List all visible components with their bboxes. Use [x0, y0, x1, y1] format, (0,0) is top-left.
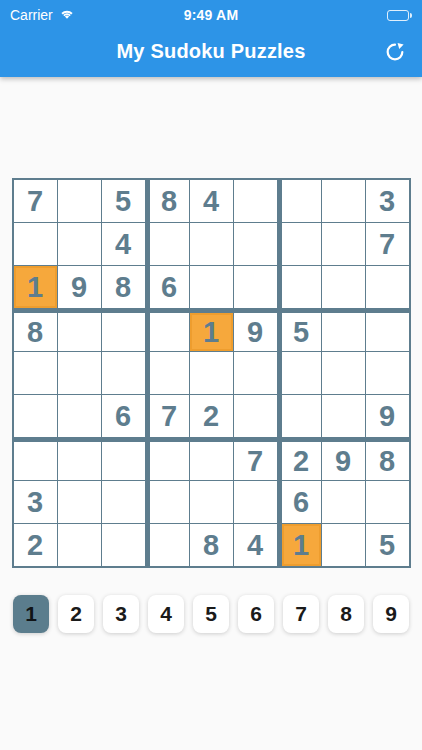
sudoku-cell-r1c9[interactable]: 3 [366, 180, 409, 222]
sudoku-cell-r2c5[interactable] [190, 223, 233, 265]
sudoku-cell-r5c7[interactable] [278, 352, 321, 394]
sudoku-cell-r3c9[interactable] [366, 266, 409, 308]
sudoku-cell-r6c5[interactable]: 2 [190, 395, 233, 437]
sudoku-cell-r7c5[interactable] [190, 438, 233, 480]
sudoku-cell-r8c2[interactable] [58, 481, 101, 523]
sudoku-cell-r9c8[interactable] [322, 524, 365, 566]
number-button-7[interactable]: 7 [283, 595, 319, 633]
sudoku-cell-r3c1[interactable]: 1 [14, 266, 57, 308]
sudoku-cell-r7c8[interactable]: 9 [322, 438, 365, 480]
sudoku-cell-r2c2[interactable] [58, 223, 101, 265]
sudoku-cell-r4c9[interactable] [366, 309, 409, 351]
sudoku-cell-r7c2[interactable] [58, 438, 101, 480]
sudoku-cell-r6c4[interactable]: 7 [146, 395, 189, 437]
sudoku-cell-r9c3[interactable] [102, 524, 145, 566]
sudoku-cell-r8c9[interactable] [366, 481, 409, 523]
sudoku-cell-r1c8[interactable] [322, 180, 365, 222]
clock: 9:49 AM [184, 7, 239, 23]
sudoku-cell-r1c1[interactable]: 7 [14, 180, 57, 222]
number-picker: 123456789 [0, 595, 422, 633]
sudoku-cell-r3c8[interactable] [322, 266, 365, 308]
sudoku-cell-r5c6[interactable] [234, 352, 277, 394]
sudoku-cell-r2c4[interactable] [146, 223, 189, 265]
sudoku-cell-r4c7[interactable]: 5 [278, 309, 321, 351]
battery-icon [387, 10, 412, 21]
sudoku-cell-r4c8[interactable] [322, 309, 365, 351]
sudoku-cell-r8c7[interactable]: 6 [278, 481, 321, 523]
sudoku-cell-r4c5[interactable]: 1 [190, 309, 233, 351]
sudoku-cell-r9c2[interactable] [58, 524, 101, 566]
sudoku-cell-r1c6[interactable] [234, 180, 277, 222]
sudoku-cell-r5c8[interactable] [322, 352, 365, 394]
sudoku-cell-r2c9[interactable]: 7 [366, 223, 409, 265]
sudoku-cell-r6c3[interactable]: 6 [102, 395, 145, 437]
sudoku-cell-r9c5[interactable]: 8 [190, 524, 233, 566]
sudoku-cell-r7c6[interactable]: 7 [234, 438, 277, 480]
sudoku-cell-r6c6[interactable] [234, 395, 277, 437]
sudoku-cell-r5c5[interactable] [190, 352, 233, 394]
sudoku-cell-r3c7[interactable] [278, 266, 321, 308]
number-button-9[interactable]: 9 [373, 595, 409, 633]
sudoku-cell-r6c9[interactable]: 9 [366, 395, 409, 437]
sudoku-cell-r1c7[interactable] [278, 180, 321, 222]
sudoku-cell-r6c8[interactable] [322, 395, 365, 437]
number-button-3[interactable]: 3 [103, 595, 139, 633]
sudoku-cell-r6c1[interactable] [14, 395, 57, 437]
sudoku-cell-r3c2[interactable]: 9 [58, 266, 101, 308]
sudoku-cell-r3c6[interactable] [234, 266, 277, 308]
sudoku-cell-r5c2[interactable] [58, 352, 101, 394]
nav-bar: My Sudoku Puzzles [0, 26, 422, 77]
sudoku-cell-r8c4[interactable] [146, 481, 189, 523]
sudoku-cell-r1c2[interactable] [58, 180, 101, 222]
sudoku-cell-r2c8[interactable] [322, 223, 365, 265]
status-bar: Carrier 9:49 AM [0, 0, 422, 26]
sudoku-cell-r3c3[interactable]: 8 [102, 266, 145, 308]
sudoku-cell-r4c3[interactable] [102, 309, 145, 351]
number-button-1[interactable]: 1 [13, 595, 49, 633]
main-content: 758434719868195672972983628415 123456789 [0, 178, 422, 633]
sudoku-cell-r1c3[interactable]: 5 [102, 180, 145, 222]
number-button-2[interactable]: 2 [58, 595, 94, 633]
sudoku-cell-r7c4[interactable] [146, 438, 189, 480]
sudoku-cell-r9c9[interactable]: 5 [366, 524, 409, 566]
sudoku-cell-r7c1[interactable] [14, 438, 57, 480]
sudoku-cell-r4c2[interactable] [58, 309, 101, 351]
page-title: My Sudoku Puzzles [117, 40, 306, 63]
sudoku-cell-r1c4[interactable]: 8 [146, 180, 189, 222]
number-button-5[interactable]: 5 [193, 595, 229, 633]
sudoku-cell-r4c6[interactable]: 9 [234, 309, 277, 351]
sudoku-cell-r5c3[interactable] [102, 352, 145, 394]
sudoku-cell-r5c9[interactable] [366, 352, 409, 394]
sudoku-cell-r7c9[interactable]: 8 [366, 438, 409, 480]
sudoku-cell-r8c8[interactable] [322, 481, 365, 523]
sudoku-cell-r7c3[interactable] [102, 438, 145, 480]
sudoku-cell-r4c4[interactable] [146, 309, 189, 351]
sudoku-cell-r8c3[interactable] [102, 481, 145, 523]
sudoku-cell-r9c1[interactable]: 2 [14, 524, 57, 566]
refresh-icon[interactable] [380, 37, 410, 67]
sudoku-cell-r9c7[interactable]: 1 [278, 524, 321, 566]
sudoku-cell-r2c1[interactable] [14, 223, 57, 265]
number-button-4[interactable]: 4 [148, 595, 184, 633]
sudoku-cell-r9c6[interactable]: 4 [234, 524, 277, 566]
sudoku-cell-r3c5[interactable] [190, 266, 233, 308]
sudoku-cell-r2c6[interactable] [234, 223, 277, 265]
sudoku-cell-r2c3[interactable]: 4 [102, 223, 145, 265]
sudoku-cell-r8c6[interactable] [234, 481, 277, 523]
sudoku-cell-r8c1[interactable]: 3 [14, 481, 57, 523]
carrier-label: Carrier [10, 7, 53, 23]
sudoku-cell-r5c1[interactable] [14, 352, 57, 394]
sudoku-cell-r1c5[interactable]: 4 [190, 180, 233, 222]
wifi-icon [59, 7, 75, 23]
sudoku-cell-r3c4[interactable]: 6 [146, 266, 189, 308]
sudoku-cell-r6c7[interactable] [278, 395, 321, 437]
sudoku-cell-r5c4[interactable] [146, 352, 189, 394]
sudoku-cell-r8c5[interactable] [190, 481, 233, 523]
app-header: Carrier 9:49 AM My Sudoku Puzzles [0, 0, 422, 77]
sudoku-board: 758434719868195672972983628415 [12, 178, 411, 568]
number-button-8[interactable]: 8 [328, 595, 364, 633]
sudoku-cell-r4c1[interactable]: 8 [14, 309, 57, 351]
sudoku-cell-r9c4[interactable] [146, 524, 189, 566]
number-button-6[interactable]: 6 [238, 595, 274, 633]
sudoku-cell-r6c2[interactable] [58, 395, 101, 437]
sudoku-cell-r7c7[interactable]: 2 [278, 438, 321, 480]
sudoku-cell-r2c7[interactable] [278, 223, 321, 265]
